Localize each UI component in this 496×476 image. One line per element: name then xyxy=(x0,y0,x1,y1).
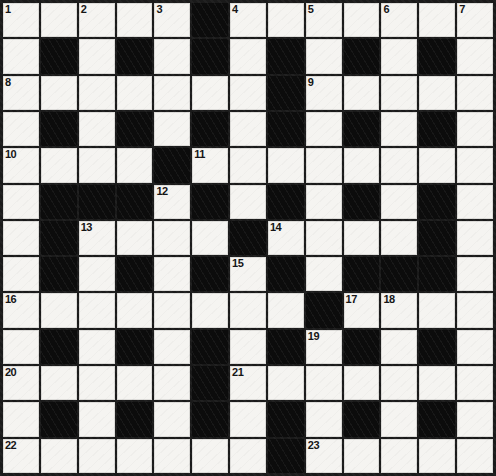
cell-r5c7[interactable] xyxy=(230,148,266,182)
cell-r6c9[interactable] xyxy=(306,185,342,219)
cell-r12c13[interactable] xyxy=(457,402,493,436)
cell-r9c8[interactable] xyxy=(268,293,304,327)
cell-r9c6[interactable] xyxy=(192,293,228,327)
clue-number-18: 18 xyxy=(383,293,394,306)
blocked-cell-r12c6 xyxy=(192,402,228,436)
cell-r6c5[interactable]: 12 xyxy=(154,185,190,219)
cell-r2c7[interactable] xyxy=(230,39,266,73)
blocked-cell-r7c12 xyxy=(419,221,455,255)
cell-r5c13[interactable] xyxy=(457,148,493,182)
clue-number-8: 8 xyxy=(5,76,11,89)
blocked-cell-r2c12 xyxy=(419,39,455,73)
cell-r11c11[interactable] xyxy=(381,366,417,400)
cell-r7c13[interactable] xyxy=(457,221,493,255)
blocked-cell-r10c4 xyxy=(117,330,153,364)
clue-number-22: 22 xyxy=(5,439,16,452)
cell-r7c5[interactable] xyxy=(154,221,190,255)
cell-r2c11[interactable] xyxy=(381,39,417,73)
clue-number-2: 2 xyxy=(81,3,87,16)
blocked-cell-r6c12 xyxy=(419,185,455,219)
cell-r9c4[interactable] xyxy=(117,293,153,327)
cell-r11c13[interactable] xyxy=(457,366,493,400)
cell-r13c2[interactable] xyxy=(41,439,77,473)
blocked-cell-r6c2 xyxy=(41,185,77,219)
blocked-cell-r10c6 xyxy=(192,330,228,364)
cell-r7c6[interactable] xyxy=(192,221,228,255)
cell-r7c3[interactable]: 13 xyxy=(79,221,115,255)
blocked-cell-r11c6 xyxy=(192,366,228,400)
cell-r11c4[interactable] xyxy=(117,366,153,400)
blocked-cell-r5c5 xyxy=(154,148,190,182)
blocked-cell-r7c2 xyxy=(41,221,77,255)
cell-r9c3[interactable] xyxy=(79,293,115,327)
cell-r5c12[interactable] xyxy=(419,148,455,182)
blocked-cell-r7c7 xyxy=(230,221,266,255)
clue-number-1: 1 xyxy=(5,3,11,16)
cell-r12c11[interactable] xyxy=(381,402,417,436)
cell-r9c13[interactable] xyxy=(457,293,493,327)
cell-r3c11[interactable] xyxy=(381,76,417,110)
blocked-cell-r8c2 xyxy=(41,257,77,291)
cell-r8c9[interactable] xyxy=(306,257,342,291)
blocked-cell-r10c2 xyxy=(41,330,77,364)
clue-number-7: 7 xyxy=(459,3,465,16)
blocked-cell-r2c6 xyxy=(192,39,228,73)
crossword-puzzle: 1234567891011121314151617181920212223 xyxy=(0,0,496,476)
cell-r10c9[interactable]: 19 xyxy=(306,330,342,364)
clue-number-13: 13 xyxy=(81,221,92,234)
blocked-cell-r8c10 xyxy=(344,257,380,291)
cell-r4c7[interactable] xyxy=(230,112,266,146)
cell-r6c1[interactable] xyxy=(3,185,39,219)
cell-r6c7[interactable] xyxy=(230,185,266,219)
cell-r8c7[interactable]: 15 xyxy=(230,257,266,291)
blocked-cell-r8c12 xyxy=(419,257,455,291)
cell-r9c5[interactable] xyxy=(154,293,190,327)
cell-r3c12[interactable] xyxy=(419,76,455,110)
cell-r1c2[interactable] xyxy=(41,3,77,37)
blocked-cell-r2c8 xyxy=(268,39,304,73)
cell-r9c12[interactable] xyxy=(419,293,455,327)
cell-r5c11[interactable] xyxy=(381,148,417,182)
blocked-cell-r10c8 xyxy=(268,330,304,364)
cell-r13c13[interactable] xyxy=(457,439,493,473)
cell-r10c11[interactable] xyxy=(381,330,417,364)
cell-r1c13[interactable]: 7 xyxy=(457,3,493,37)
cell-r5c8[interactable] xyxy=(268,148,304,182)
blocked-cell-r4c6 xyxy=(192,112,228,146)
clue-number-4: 4 xyxy=(232,3,238,16)
cell-r1c7[interactable]: 4 xyxy=(230,3,266,37)
cell-r9c7[interactable] xyxy=(230,293,266,327)
cell-r5c4[interactable] xyxy=(117,148,153,182)
cell-r10c1[interactable] xyxy=(3,330,39,364)
cell-r13c12[interactable] xyxy=(419,439,455,473)
cell-r11c3[interactable] xyxy=(79,366,115,400)
clue-number-10: 10 xyxy=(5,148,16,161)
cell-r8c1[interactable] xyxy=(3,257,39,291)
blocked-cell-r2c4 xyxy=(117,39,153,73)
clue-number-15: 15 xyxy=(232,257,243,270)
cell-r8c5[interactable] xyxy=(154,257,190,291)
cell-r11c10[interactable] xyxy=(344,366,380,400)
cell-r10c3[interactable] xyxy=(79,330,115,364)
blocked-cell-r9c9 xyxy=(306,293,342,327)
cell-r12c3[interactable] xyxy=(79,402,115,436)
cell-r3c2[interactable] xyxy=(41,76,77,110)
cell-r12c5[interactable] xyxy=(154,402,190,436)
blocked-cell-r6c8 xyxy=(268,185,304,219)
blocked-cell-r4c2 xyxy=(41,112,77,146)
cell-r1c4[interactable] xyxy=(117,3,153,37)
cell-r7c10[interactable] xyxy=(344,221,380,255)
clue-number-21: 21 xyxy=(232,366,243,379)
cell-r11c2[interactable] xyxy=(41,366,77,400)
cell-r13c6[interactable] xyxy=(192,439,228,473)
blocked-cell-r2c2 xyxy=(41,39,77,73)
cell-r5c1[interactable]: 10 xyxy=(3,148,39,182)
cell-r3c5[interactable] xyxy=(154,76,190,110)
blocked-cell-r6c10 xyxy=(344,185,380,219)
cell-r7c8[interactable]: 14 xyxy=(268,221,304,255)
cell-r2c9[interactable] xyxy=(306,39,342,73)
cell-r1c11[interactable]: 6 xyxy=(381,3,417,37)
cell-r3c1[interactable]: 8 xyxy=(3,76,39,110)
cell-r5c10[interactable] xyxy=(344,148,380,182)
cell-r1c8[interactable] xyxy=(268,3,304,37)
blocked-cell-r12c2 xyxy=(41,402,77,436)
clue-number-14: 14 xyxy=(270,221,281,234)
blocked-cell-r4c12 xyxy=(419,112,455,146)
clue-number-16: 16 xyxy=(5,293,16,306)
cell-r12c1[interactable] xyxy=(3,402,39,436)
cell-r3c7[interactable] xyxy=(230,76,266,110)
cell-r3c13[interactable] xyxy=(457,76,493,110)
cell-r1c12[interactable] xyxy=(419,3,455,37)
cell-r10c5[interactable] xyxy=(154,330,190,364)
cell-r11c7[interactable]: 21 xyxy=(230,366,266,400)
blocked-cell-r6c6 xyxy=(192,185,228,219)
cell-r10c7[interactable] xyxy=(230,330,266,364)
clue-number-20: 20 xyxy=(5,366,16,379)
blocked-cell-r12c12 xyxy=(419,402,455,436)
blocked-cell-r1c6 xyxy=(192,3,228,37)
cell-r4c9[interactable] xyxy=(306,112,342,146)
cell-r7c11[interactable] xyxy=(381,221,417,255)
blocked-cell-r8c6 xyxy=(192,257,228,291)
blocked-cell-r10c10 xyxy=(344,330,380,364)
blocked-cell-r2c10 xyxy=(344,39,380,73)
blocked-cell-r6c4 xyxy=(117,185,153,219)
clue-number-23: 23 xyxy=(308,439,319,452)
cell-r2c13[interactable] xyxy=(457,39,493,73)
cell-r4c11[interactable] xyxy=(381,112,417,146)
blocked-cell-r4c4 xyxy=(117,112,153,146)
cell-r11c12[interactable] xyxy=(419,366,455,400)
cell-r9c11[interactable]: 18 xyxy=(381,293,417,327)
clue-number-11: 11 xyxy=(194,148,205,161)
cell-r1c1[interactable]: 1 xyxy=(3,3,39,37)
blocked-cell-r4c8 xyxy=(268,112,304,146)
blocked-cell-r12c4 xyxy=(117,402,153,436)
blocked-cell-r12c10 xyxy=(344,402,380,436)
clue-number-6: 6 xyxy=(383,3,389,16)
cell-r2c5[interactable] xyxy=(154,39,190,73)
blocked-cell-r8c8 xyxy=(268,257,304,291)
cell-r8c13[interactable] xyxy=(457,257,493,291)
cell-r3c4[interactable] xyxy=(117,76,153,110)
clue-number-12: 12 xyxy=(156,185,167,198)
cell-r13c5[interactable] xyxy=(154,439,190,473)
cell-r2c1[interactable] xyxy=(3,39,39,73)
cell-r4c1[interactable] xyxy=(3,112,39,146)
clue-number-19: 19 xyxy=(308,330,319,343)
cell-r5c3[interactable] xyxy=(79,148,115,182)
blocked-cell-r10c12 xyxy=(419,330,455,364)
blocked-cell-r6c3 xyxy=(79,185,115,219)
cell-r4c5[interactable] xyxy=(154,112,190,146)
clue-number-5: 5 xyxy=(308,3,314,16)
cell-r13c11[interactable] xyxy=(381,439,417,473)
cell-r1c3[interactable]: 2 xyxy=(79,3,115,37)
cell-r7c1[interactable] xyxy=(3,221,39,255)
cell-r1c9[interactable]: 5 xyxy=(306,3,342,37)
cell-r11c1[interactable]: 20 xyxy=(3,366,39,400)
cell-r11c8[interactable] xyxy=(268,366,304,400)
cell-r5c2[interactable] xyxy=(41,148,77,182)
cell-r6c11[interactable] xyxy=(381,185,417,219)
cell-r13c10[interactable] xyxy=(344,439,380,473)
blocked-cell-r8c4 xyxy=(117,257,153,291)
blocked-cell-r8c11 xyxy=(381,257,417,291)
cell-r3c10[interactable] xyxy=(344,76,380,110)
cell-r6c13[interactable] xyxy=(457,185,493,219)
cell-r2c3[interactable] xyxy=(79,39,115,73)
cell-r12c9[interactable] xyxy=(306,402,342,436)
blocked-cell-r13c8 xyxy=(268,439,304,473)
blocked-cell-r4c10 xyxy=(344,112,380,146)
cell-r8c3[interactable] xyxy=(79,257,115,291)
clue-number-9: 9 xyxy=(308,76,314,89)
cell-r13c9[interactable]: 23 xyxy=(306,439,342,473)
cell-r11c5[interactable] xyxy=(154,366,190,400)
cell-r9c10[interactable]: 17 xyxy=(344,293,380,327)
cell-r10c13[interactable] xyxy=(457,330,493,364)
cell-r3c6[interactable] xyxy=(192,76,228,110)
cell-r9c2[interactable] xyxy=(41,293,77,327)
cell-r12c7[interactable] xyxy=(230,402,266,436)
blocked-cell-r3c8 xyxy=(268,76,304,110)
cell-r9c1[interactable]: 16 xyxy=(3,293,39,327)
cell-r3c3[interactable] xyxy=(79,76,115,110)
cell-r3c9[interactable]: 9 xyxy=(306,76,342,110)
crossword-grid: 1234567891011121314151617181920212223 xyxy=(0,0,496,476)
cell-r7c9[interactable] xyxy=(306,221,342,255)
cell-r4c13[interactable] xyxy=(457,112,493,146)
cell-r13c4[interactable] xyxy=(117,439,153,473)
cell-r7c4[interactable] xyxy=(117,221,153,255)
cell-r13c3[interactable] xyxy=(79,439,115,473)
cell-r1c5[interactable]: 3 xyxy=(154,3,190,37)
cell-r4c3[interactable] xyxy=(79,112,115,146)
cell-r5c6[interactable]: 11 xyxy=(192,148,228,182)
cell-r1c10[interactable] xyxy=(344,3,380,37)
cell-r5c9[interactable] xyxy=(306,148,342,182)
clue-number-17: 17 xyxy=(346,293,357,306)
cell-r13c1[interactable]: 22 xyxy=(3,439,39,473)
cell-r11c9[interactable] xyxy=(306,366,342,400)
clue-number-3: 3 xyxy=(156,3,162,16)
cell-r13c7[interactable] xyxy=(230,439,266,473)
blocked-cell-r12c8 xyxy=(268,402,304,436)
